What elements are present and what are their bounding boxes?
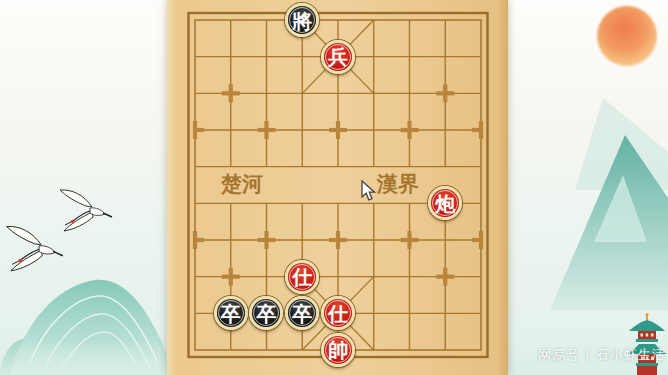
piece-glyph: 兵 [328,46,348,67]
piece-glyph: 帥 [328,339,348,360]
piece-red-advisor[interactable]: 仕 [321,296,355,330]
pagoda-icon [626,312,668,375]
piece-glyph: 卒 [292,303,312,324]
piece-black-soldier[interactable]: 卒 [249,296,283,330]
scene: 网易号 | 石小虾生活 楚河 漢界 將兵炮仕卒卒卒仕帥 [0,0,668,375]
mouse-cursor [361,180,378,203]
piece-red-soldier[interactable]: 兵 [321,40,355,74]
crane-icon [60,190,112,231]
piece-red-advisor[interactable]: 仕 [285,260,319,294]
sun-icon [597,6,657,66]
watermark: 网易号 | 石小虾生活 [538,346,666,364]
cranes-icon [2,183,117,278]
piece-glyph: 仕 [328,303,348,324]
piece-red-cannon[interactable]: 炮 [428,186,462,220]
piece-red-general[interactable]: 帥 [321,333,355,367]
pieces-layer: 將兵炮仕卒卒卒仕帥 [177,2,499,369]
piece-black-soldier[interactable]: 卒 [214,296,248,330]
piece-glyph: 炮 [435,193,455,214]
crane-icon [7,226,63,270]
piece-glyph: 仕 [292,266,312,287]
piece-black-general[interactable]: 將 [285,3,319,37]
piece-glyph: 卒 [256,303,276,324]
piece-glyph: 卒 [221,303,241,324]
piece-glyph: 將 [292,10,312,31]
piece-black-soldier[interactable]: 卒 [285,296,319,330]
